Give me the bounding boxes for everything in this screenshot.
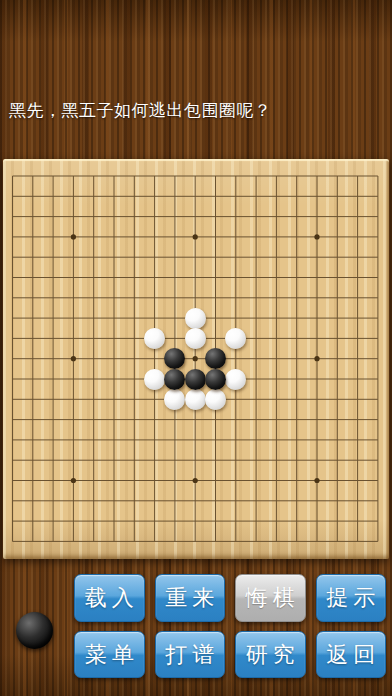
- load-button[interactable]: 载入: [74, 574, 145, 622]
- hint-button[interactable]: 提示: [316, 574, 387, 622]
- go-board[interactable]: [3, 159, 389, 559]
- board-grid-svg: [3, 159, 389, 559]
- stone-white: [225, 369, 246, 390]
- stone-white: [144, 369, 165, 390]
- puzzle-question-text: 黑先，黑五子如何逃出包围圈呢？: [9, 101, 272, 121]
- stone-black: [205, 369, 226, 390]
- turn-indicator-black-stone: [16, 612, 53, 649]
- stone-white: [144, 328, 165, 349]
- stone-white: [205, 389, 226, 410]
- stone-black: [185, 369, 206, 390]
- restart-button[interactable]: 重来: [155, 574, 226, 622]
- button-row-bottom: 菜单 打谱 研究 返回: [74, 631, 386, 678]
- study-button[interactable]: 研究: [235, 631, 306, 678]
- menu-button[interactable]: 菜单: [74, 631, 145, 678]
- stone-white: [185, 308, 206, 329]
- app-background: { "app": { "question_text": "黑先，黑五子如何逃出包…: [0, 0, 392, 696]
- undo-button[interactable]: 悔棋: [235, 574, 306, 622]
- stone-white: [185, 389, 206, 410]
- stone-black: [164, 369, 185, 390]
- back-button[interactable]: 返回: [316, 631, 387, 678]
- stone-white: [185, 328, 206, 349]
- button-row-top: 载入 重来 悔棋 提示: [74, 574, 386, 622]
- record-button[interactable]: 打谱: [155, 631, 226, 678]
